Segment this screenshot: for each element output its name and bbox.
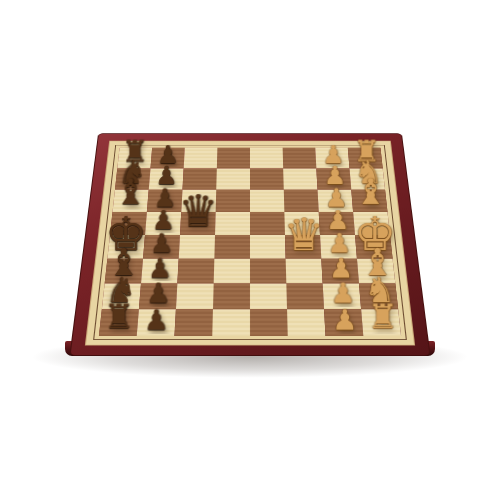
square-g2: ♟ (323, 284, 361, 310)
square-b4 (250, 168, 284, 189)
square-d3 (284, 212, 320, 235)
piece-black-bishop: ♝ (106, 244, 139, 281)
piece-black-king: ♚ (104, 210, 146, 257)
piece-black-rook: ♜ (121, 137, 147, 166)
square-g8: ♞ (102, 284, 141, 310)
piece-white-pawn: ♟ (326, 207, 349, 233)
square-c2: ♟ (318, 190, 354, 212)
square-d8 (110, 212, 147, 235)
square-f8: ♝ (105, 259, 143, 284)
square-b3 (283, 168, 317, 189)
piece-white-pawn: ♟ (332, 306, 357, 334)
square-h7: ♟ (137, 309, 176, 336)
square-b6 (182, 168, 216, 189)
square-g5 (213, 284, 250, 310)
square-e5 (214, 235, 250, 259)
square-g3 (286, 284, 324, 310)
square-d2: ♟ (319, 212, 355, 235)
square-g7: ♟ (139, 284, 177, 310)
square-c6 (181, 190, 216, 212)
square-f4 (250, 259, 286, 284)
square-f7: ♟ (141, 259, 179, 284)
square-c8: ♝ (113, 190, 149, 212)
square-e8: ♚ (107, 235, 145, 259)
square-d1 (353, 212, 390, 235)
square-f1: ♝ (357, 259, 395, 284)
square-h8: ♜ (99, 309, 139, 336)
chess-board: ♜♟♟♜♞♟♟♞♝♟♟♝♟♛♟♚♟♛♟♚♝♟♟♝♞♟♟♞♜♟♟♜ (69, 133, 430, 355)
square-h4 (250, 309, 288, 336)
square-a2: ♟ (315, 148, 349, 169)
square-d5 (215, 212, 250, 235)
square-h6 (174, 309, 212, 336)
square-h2: ♟ (324, 309, 363, 336)
square-a7: ♟ (150, 148, 184, 169)
board-grid: ♜♟♟♜♞♟♟♞♝♟♟♝♟♛♟♚♟♛♟♚♝♟♟♝♞♟♟♞♜♟♟♜ (99, 148, 401, 336)
square-h3 (287, 309, 325, 336)
piece-white-pawn: ♟ (322, 142, 344, 167)
scene: ♜♟♟♜♞♟♟♞♝♟♟♝♟♛♟♚♟♛♟♚♝♟♟♝♞♟♟♞♜♟♟♜ (0, 0, 500, 500)
piece-black-pawn: ♟ (149, 230, 173, 256)
piece-white-pawn: ♟ (327, 230, 351, 256)
piece-black-pawn: ♟ (143, 306, 168, 334)
square-a1: ♜ (348, 148, 383, 169)
piece-black-pawn: ♟ (156, 142, 178, 167)
piece-white-pawn: ♟ (329, 255, 353, 282)
square-a6 (184, 148, 218, 169)
piece-black-pawn: ♟ (147, 255, 171, 282)
piece-black-pawn: ♟ (145, 280, 170, 307)
piece-white-knight: ♞ (364, 272, 395, 307)
square-c5 (216, 190, 250, 212)
square-e4 (250, 235, 286, 259)
square-f6 (177, 259, 214, 284)
square-c4 (250, 190, 284, 212)
square-b5 (216, 168, 250, 189)
square-d4 (250, 212, 285, 235)
square-f5 (214, 259, 250, 284)
square-b7: ♟ (149, 168, 184, 189)
square-e6 (179, 235, 215, 259)
square-g4 (250, 284, 287, 310)
square-g6 (176, 284, 214, 310)
square-f2: ♟ (321, 259, 359, 284)
square-c1: ♝ (351, 190, 387, 212)
piece-white-pawn: ♟ (330, 280, 355, 307)
square-f3 (286, 259, 323, 284)
square-d6: ♛ (180, 212, 216, 235)
square-g1: ♞ (359, 284, 398, 310)
board-frame: ♜♟♟♜♞♟♟♞♝♟♟♝♟♛♟♚♟♛♟♚♝♟♟♝♞♟♟♞♜♟♟♜ (69, 133, 430, 355)
piece-black-pawn: ♟ (151, 207, 174, 233)
piece-white-rook: ♜ (353, 137, 379, 166)
piece-white-king: ♚ (354, 210, 396, 257)
piece-white-bishop: ♝ (360, 244, 393, 281)
square-a4 (250, 148, 283, 169)
chess-set-photo: ♜♟♟♜♞♟♟♞♝♟♟♝♟♛♟♚♟♛♟♚♝♟♟♝♞♟♟♞♜♟♟♜ (0, 0, 500, 500)
square-d7: ♟ (145, 212, 181, 235)
square-a8: ♜ (117, 148, 152, 169)
square-e7: ♟ (143, 235, 180, 259)
square-e2: ♟ (320, 235, 357, 259)
square-h5 (212, 309, 250, 336)
square-a5 (217, 148, 250, 169)
square-c3 (284, 190, 319, 212)
square-c7: ♟ (147, 190, 183, 212)
square-a3 (283, 148, 317, 169)
square-h1: ♜ (361, 309, 401, 336)
square-e3: ♛ (285, 235, 321, 259)
square-b1: ♞ (350, 168, 386, 189)
piece-black-knight: ♞ (105, 272, 136, 307)
square-e1: ♚ (355, 235, 393, 259)
square-b2: ♟ (316, 168, 351, 189)
square-b8: ♞ (115, 168, 151, 189)
